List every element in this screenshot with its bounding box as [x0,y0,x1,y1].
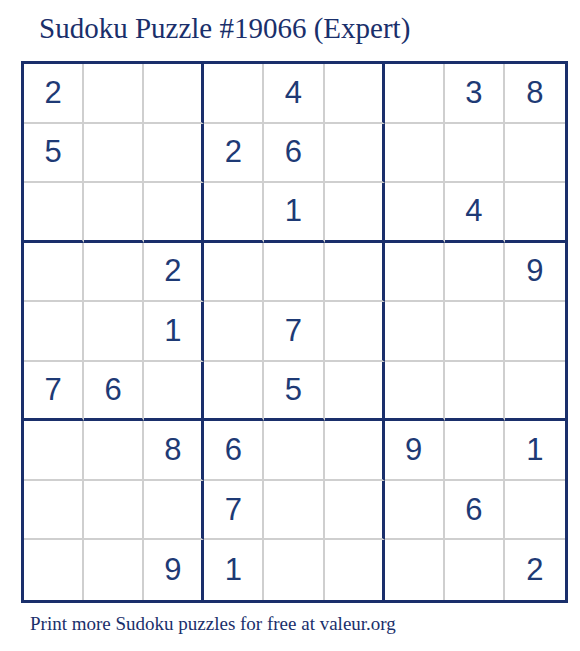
cell-r2c8[interactable] [445,124,505,184]
cell-r3c6[interactable] [325,183,385,243]
cell-r3c8[interactable]: 4 [445,183,505,243]
cell-r5c3[interactable]: 1 [144,302,204,362]
cell-r8c5[interactable] [264,481,324,541]
cell-r3c7[interactable] [385,183,445,243]
cell-r4c8[interactable] [445,243,505,303]
cell-r1c6[interactable] [325,64,385,124]
cell-r6c2[interactable]: 6 [84,362,144,422]
cell-r5c9[interactable] [505,302,565,362]
cell-r8c6[interactable] [325,481,385,541]
cell-r3c9[interactable] [505,183,565,243]
cell-r7c4[interactable]: 6 [204,421,264,481]
cell-r8c2[interactable] [84,481,144,541]
page: Sudoku Puzzle #19066 (Expert) 2438526142… [0,0,580,651]
cell-r3c3[interactable] [144,183,204,243]
cell-r1c7[interactable] [385,64,445,124]
cell-r7c1[interactable] [24,421,84,481]
cell-r7c3[interactable]: 8 [144,421,204,481]
cell-r4c6[interactable] [325,243,385,303]
cell-r1c8[interactable]: 3 [445,64,505,124]
cell-r9c7[interactable] [385,540,445,600]
cell-r5c4[interactable] [204,302,264,362]
cell-r5c8[interactable] [445,302,505,362]
cell-r5c7[interactable] [385,302,445,362]
cell-r2c5[interactable]: 6 [264,124,324,184]
cell-r6c5[interactable]: 5 [264,362,324,422]
cell-r8c9[interactable] [505,481,565,541]
cell-r7c9[interactable]: 1 [505,421,565,481]
cell-r4c9[interactable]: 9 [505,243,565,303]
cell-r3c2[interactable] [84,183,144,243]
cell-r7c2[interactable] [84,421,144,481]
cell-r6c8[interactable] [445,362,505,422]
cell-r7c7[interactable]: 9 [385,421,445,481]
cell-r4c2[interactable] [84,243,144,303]
cell-r1c2[interactable] [84,64,144,124]
cell-r6c7[interactable] [385,362,445,422]
cell-r4c1[interactable] [24,243,84,303]
cell-r4c5[interactable] [264,243,324,303]
page-title: Sudoku Puzzle #19066 (Expert) [39,13,410,45]
cell-r5c6[interactable] [325,302,385,362]
cell-r9c9[interactable]: 2 [505,540,565,600]
cell-r1c9[interactable]: 8 [505,64,565,124]
cell-r1c5[interactable]: 4 [264,64,324,124]
cell-r6c9[interactable] [505,362,565,422]
cell-r3c5[interactable]: 1 [264,183,324,243]
footer-text: Print more Sudoku puzzles for free at va… [30,613,396,635]
cell-r4c4[interactable] [204,243,264,303]
cell-r9c6[interactable] [325,540,385,600]
cell-r8c4[interactable]: 7 [204,481,264,541]
cell-r8c8[interactable]: 6 [445,481,505,541]
cell-r2c6[interactable] [325,124,385,184]
cell-r7c6[interactable] [325,421,385,481]
sudoku-grid: 2438526142917765869176912 [21,61,568,603]
cell-r2c2[interactable] [84,124,144,184]
cell-r5c2[interactable] [84,302,144,362]
cell-r1c3[interactable] [144,64,204,124]
cell-r9c5[interactable] [264,540,324,600]
cell-r2c4[interactable]: 2 [204,124,264,184]
cell-r2c1[interactable]: 5 [24,124,84,184]
cell-r8c7[interactable] [385,481,445,541]
cell-r5c1[interactable] [24,302,84,362]
cell-r7c5[interactable] [264,421,324,481]
cell-r1c1[interactable]: 2 [24,64,84,124]
cell-r1c4[interactable] [204,64,264,124]
cell-r6c4[interactable] [204,362,264,422]
cell-r3c1[interactable] [24,183,84,243]
cell-r6c6[interactable] [325,362,385,422]
cell-r5c5[interactable]: 7 [264,302,324,362]
cell-r3c4[interactable] [204,183,264,243]
cell-r2c9[interactable] [505,124,565,184]
cell-r9c1[interactable] [24,540,84,600]
cell-r2c3[interactable] [144,124,204,184]
cell-r6c3[interactable] [144,362,204,422]
cell-r4c3[interactable]: 2 [144,243,204,303]
cell-r9c2[interactable] [84,540,144,600]
cell-r6c1[interactable]: 7 [24,362,84,422]
cell-r7c8[interactable] [445,421,505,481]
cell-r9c3[interactable]: 9 [144,540,204,600]
cell-r9c8[interactable] [445,540,505,600]
cell-r2c7[interactable] [385,124,445,184]
cell-r9c4[interactable]: 1 [204,540,264,600]
cell-r8c3[interactable] [144,481,204,541]
cell-r8c1[interactable] [24,481,84,541]
cell-r4c7[interactable] [385,243,445,303]
